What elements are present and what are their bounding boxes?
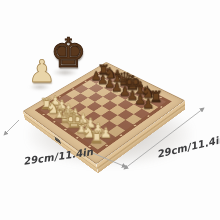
- scene-3d: ♜♞♝♛♚♝♞♜♟♟♟♟♟♟♟♟♟♟♟♟♟♟♟♟♜♞♝♛♚♝♞♜: [0, 0, 220, 220]
- metal-clasp: [54, 136, 61, 144]
- product-photo: ♜♞♝♛♚♝♞♜♟♟♟♟♟♟♟♟♟♟♟♟♟♟♟♟♜♞♝♛♚♝♞♜ ♟ ♚ 29c…: [0, 0, 220, 220]
- display-black-king[interactable]: ♚: [50, 33, 87, 74]
